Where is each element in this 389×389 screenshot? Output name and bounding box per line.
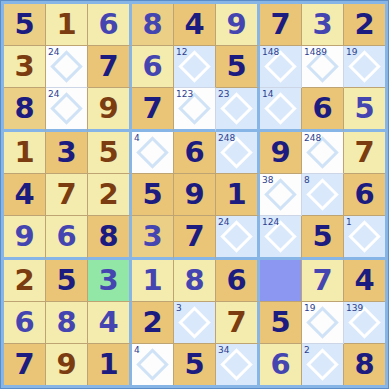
digit: 3 <box>4 46 45 87</box>
digit: 5 <box>174 344 215 385</box>
digit: 5 <box>260 302 301 343</box>
digit: 8 <box>132 4 173 45</box>
digit: 2 <box>344 4 385 45</box>
candidates: 38 <box>262 175 273 185</box>
digit: 1 <box>216 174 257 215</box>
cell-r2c6[interactable]: 5 <box>216 46 260 88</box>
cell-r5c8[interactable]: 8 <box>302 174 344 216</box>
cell-r8c4[interactable]: 2 <box>132 302 174 344</box>
digit: 6 <box>174 132 215 173</box>
cell-r8c9[interactable]: 139 <box>344 302 385 344</box>
cell-r6c7[interactable]: 124 <box>260 216 302 260</box>
digit: 5 <box>4 4 45 45</box>
cell-r1c8[interactable]: 3 <box>302 4 344 46</box>
cell-r7c7[interactable] <box>260 260 302 302</box>
digit: 2 <box>4 260 45 301</box>
candidates: 1 <box>346 217 352 227</box>
candidates: 2 <box>304 345 310 355</box>
board-row-2: 32476125148148919 <box>4 46 385 88</box>
candidates: 3 <box>176 303 182 313</box>
candidates: 139 <box>346 303 363 313</box>
digit: 9 <box>216 4 257 45</box>
cell-r9c2[interactable]: 9 <box>46 344 88 385</box>
cell-r1c6[interactable]: 9 <box>216 4 260 46</box>
digit: 8 <box>4 88 45 129</box>
cell-r1c2[interactable]: 1 <box>46 4 88 46</box>
cell-r3c9[interactable]: 5 <box>344 88 385 132</box>
digit: 3 <box>46 132 87 173</box>
cell-r7c3[interactable]: 3 <box>88 260 132 302</box>
candidates: 248 <box>304 133 321 143</box>
digit: 5 <box>132 174 173 215</box>
cell-r7c6[interactable]: 6 <box>216 260 260 302</box>
cell-r5c2[interactable]: 7 <box>46 174 88 216</box>
digit: 5 <box>344 88 385 129</box>
cell-r4c5[interactable]: 6 <box>174 132 216 174</box>
digit: 4 <box>88 302 129 343</box>
cell-r2c7[interactable]: 148 <box>260 46 302 88</box>
cell-r1c4[interactable]: 8 <box>132 4 174 46</box>
cell-r2c3[interactable]: 7 <box>88 46 132 88</box>
candidates: 124 <box>262 217 279 227</box>
digit: 6 <box>4 302 45 343</box>
cell-r7c2[interactable]: 5 <box>46 260 88 302</box>
cell-r6c5[interactable]: 7 <box>174 216 216 260</box>
cell-r4c1[interactable]: 1 <box>4 132 46 174</box>
board-row-5: 4725913886 <box>4 174 385 216</box>
board-row-9: 7914534628 <box>4 344 385 385</box>
cell-r8c3[interactable]: 4 <box>88 302 132 344</box>
cell-r4c2[interactable]: 3 <box>46 132 88 174</box>
cell-r3c7[interactable]: 14 <box>260 88 302 132</box>
cell-r5c3[interactable]: 2 <box>88 174 132 216</box>
cell-r4c9[interactable]: 7 <box>344 132 385 174</box>
cell-r1c3[interactable]: 6 <box>88 4 132 46</box>
cell-r5c7[interactable]: 38 <box>260 174 302 216</box>
cell-r5c4[interactable]: 5 <box>132 174 174 216</box>
digit: 3 <box>132 216 173 257</box>
candidates: 4 <box>134 345 140 355</box>
digit: 7 <box>344 132 385 173</box>
cell-r2c9[interactable]: 19 <box>344 46 385 88</box>
cell-r8c2[interactable]: 8 <box>46 302 88 344</box>
candidates: 24 <box>218 217 229 227</box>
digit: 7 <box>46 174 87 215</box>
cell-r9c8[interactable]: 2 <box>302 344 344 385</box>
cell-r6c1[interactable]: 9 <box>4 216 46 260</box>
digit: 9 <box>4 216 45 257</box>
digit: 6 <box>46 216 87 257</box>
cell-r9c6[interactable]: 34 <box>216 344 260 385</box>
digit: 8 <box>344 344 385 385</box>
digit: 6 <box>88 4 129 45</box>
digit: 4 <box>4 174 45 215</box>
empty-cell-diamond-icon <box>136 136 169 169</box>
digit: 9 <box>260 132 301 173</box>
candidates: 148 <box>262 47 279 57</box>
digit: 1 <box>88 344 129 385</box>
cell-r8c5[interactable]: 3 <box>174 302 216 344</box>
cell-r1c5[interactable]: 4 <box>174 4 216 46</box>
cell-r7c4[interactable]: 1 <box>132 260 174 302</box>
digit: 2 <box>132 302 173 343</box>
cell-r7c5[interactable]: 8 <box>174 260 216 302</box>
digit: 8 <box>88 216 129 257</box>
digit: 7 <box>302 260 343 301</box>
board-row-3: 82497123231465 <box>4 88 385 132</box>
empty-cell-diamond-icon <box>306 178 339 211</box>
cell-r8c6[interactable]: 7 <box>216 302 260 344</box>
digit: 7 <box>88 46 129 87</box>
sudoku-board: 5168497323247612514814891982497123231465… <box>4 4 385 385</box>
digit: 2 <box>88 174 129 215</box>
cell-r2c5[interactable]: 12 <box>174 46 216 88</box>
cell-r5c5[interactable]: 9 <box>174 174 216 216</box>
cell-r8c1[interactable]: 6 <box>4 302 46 344</box>
cell-r6c8[interactable]: 5 <box>302 216 344 260</box>
cell-r4c8[interactable]: 248 <box>302 132 344 174</box>
digit: 7 <box>132 88 173 129</box>
digit: 1 <box>132 260 173 301</box>
digit: 4 <box>174 4 215 45</box>
board-frame: 5168497323247612514814891982497123231465… <box>0 0 389 389</box>
digit: 3 <box>302 4 343 45</box>
digit: 1 <box>46 4 87 45</box>
digit: 6 <box>302 88 343 129</box>
cell-r2c1[interactable]: 3 <box>4 46 46 88</box>
cell-r9c5[interactable]: 5 <box>174 344 216 385</box>
cell-r9c7[interactable]: 6 <box>260 344 302 385</box>
digit: 4 <box>344 260 385 301</box>
cell-r3c4[interactable]: 7 <box>132 88 174 132</box>
digit: 9 <box>88 88 129 129</box>
cell-r9c3[interactable]: 1 <box>88 344 132 385</box>
cell-r2c4[interactable]: 6 <box>132 46 174 88</box>
cell-r4c3[interactable]: 5 <box>88 132 132 174</box>
cell-r1c9[interactable]: 2 <box>344 4 385 46</box>
cell-r3c5[interactable]: 123 <box>174 88 216 132</box>
cell-r7c1[interactable]: 2 <box>4 260 46 302</box>
cell-r9c4[interactable]: 4 <box>132 344 174 385</box>
cell-r8c8[interactable]: 19 <box>302 302 344 344</box>
digit: 5 <box>216 46 257 87</box>
cell-r3c6[interactable]: 23 <box>216 88 260 132</box>
digit: 6 <box>260 344 301 385</box>
cell-r5c6[interactable]: 1 <box>216 174 260 216</box>
cell-r4c4[interactable]: 4 <box>132 132 174 174</box>
board-row-6: 968372412451 <box>4 216 385 260</box>
cell-r2c8[interactable]: 1489 <box>302 46 344 88</box>
digit: 6 <box>344 174 385 215</box>
board-row-8: 684237519139 <box>4 302 385 344</box>
cell-r5c9[interactable]: 6 <box>344 174 385 216</box>
candidates: 19 <box>304 303 315 313</box>
cell-r6c4[interactable]: 3 <box>132 216 174 260</box>
cell-r3c8[interactable]: 6 <box>302 88 344 132</box>
board-row-7: 25318674 <box>4 260 385 302</box>
digit: 5 <box>46 260 87 301</box>
candidates: 248 <box>218 133 235 143</box>
digit: 6 <box>216 260 257 301</box>
cell-r4c7[interactable]: 9 <box>260 132 302 174</box>
candidates: 23 <box>218 89 229 99</box>
digit: 1 <box>4 132 45 173</box>
empty-cell-diamond-icon <box>136 348 169 381</box>
candidates: 34 <box>218 345 229 355</box>
digit: 5 <box>88 132 129 173</box>
cell-r3c3[interactable]: 9 <box>88 88 132 132</box>
cell-r6c6[interactable]: 24 <box>216 216 260 260</box>
candidates: 19 <box>346 47 357 57</box>
cell-r9c1[interactable]: 7 <box>4 344 46 385</box>
cell-r1c1[interactable]: 5 <box>4 4 46 46</box>
digit: 9 <box>174 174 215 215</box>
cell-r7c9[interactable]: 4 <box>344 260 385 302</box>
digit: 7 <box>4 344 45 385</box>
candidates: 1489 <box>304 47 327 57</box>
digit: 7 <box>260 4 301 45</box>
digit: 6 <box>132 46 173 87</box>
digit: 7 <box>174 216 215 257</box>
empty-cell-diamond-icon <box>178 306 211 339</box>
candidates: 8 <box>304 175 310 185</box>
candidates: 4 <box>134 133 140 143</box>
digit: 8 <box>174 260 215 301</box>
empty-cell-diamond-icon <box>348 220 381 253</box>
cell-r9c9[interactable]: 8 <box>344 344 385 385</box>
candidates: 24 <box>48 89 59 99</box>
candidates: 12 <box>176 47 187 57</box>
empty-cell-diamond-icon <box>306 348 339 381</box>
digit: 5 <box>302 216 343 257</box>
cell-r1c7[interactable]: 7 <box>260 4 302 46</box>
board-row-4: 1354624892487 <box>4 132 385 174</box>
candidates: 24 <box>48 47 59 57</box>
cell-r3c2[interactable]: 24 <box>46 88 88 132</box>
cell-r6c3[interactable]: 8 <box>88 216 132 260</box>
cell-r4c6[interactable]: 248 <box>216 132 260 174</box>
candidates: 123 <box>176 89 193 99</box>
cell-r2c2[interactable]: 24 <box>46 46 88 88</box>
cell-r7c8[interactable]: 7 <box>302 260 344 302</box>
candidates: 14 <box>262 89 273 99</box>
cell-r8c7[interactable]: 5 <box>260 302 302 344</box>
board-row-1: 516849732 <box>4 4 385 46</box>
cell-r5c1[interactable]: 4 <box>4 174 46 216</box>
digit: 8 <box>46 302 87 343</box>
cell-r6c9[interactable]: 1 <box>344 216 385 260</box>
cell-r6c2[interactable]: 6 <box>46 216 88 260</box>
digit: 3 <box>88 260 129 301</box>
cell-r3c1[interactable]: 8 <box>4 88 46 132</box>
digit: 9 <box>46 344 87 385</box>
digit: 7 <box>216 302 257 343</box>
